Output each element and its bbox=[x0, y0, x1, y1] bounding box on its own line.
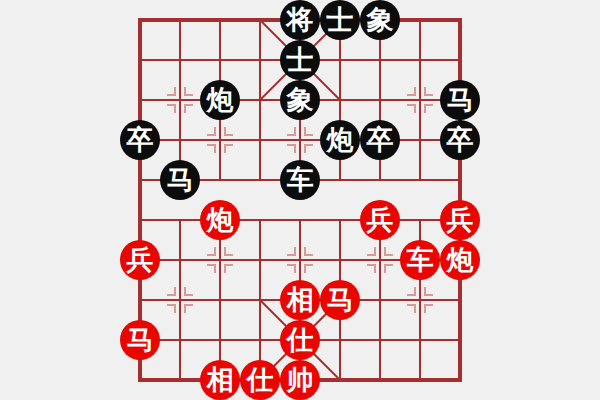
piece-black-soldier[interactable]: 卒 bbox=[360, 120, 400, 160]
piece-character: 车 bbox=[407, 240, 434, 280]
piece-red-horse[interactable]: 马 bbox=[120, 320, 160, 360]
piece-character: 兵 bbox=[367, 200, 394, 240]
xiangqi-board[interactable]: 将士象士炮象马卒炮卒卒马车炮兵兵兵车炮相马马仕相仕帅 bbox=[0, 0, 600, 400]
piece-black-horse[interactable]: 马 bbox=[160, 160, 200, 200]
piece-red-elephant[interactable]: 相 bbox=[200, 360, 240, 400]
piece-red-horse[interactable]: 马 bbox=[320, 280, 360, 320]
piece-black-cannon[interactable]: 炮 bbox=[200, 80, 240, 120]
piece-character: 炮 bbox=[327, 120, 354, 160]
piece-character: 相 bbox=[207, 360, 234, 400]
pieces-layer: 将士象士炮象马卒炮卒卒马车炮兵兵兵车炮相马马仕相仕帅 bbox=[120, 0, 480, 400]
piece-character: 卒 bbox=[447, 120, 474, 160]
piece-red-soldier[interactable]: 兵 bbox=[440, 200, 480, 240]
piece-black-chariot[interactable]: 车 bbox=[280, 160, 320, 200]
piece-red-cannon[interactable]: 炮 bbox=[200, 200, 240, 240]
piece-red-elephant[interactable]: 相 bbox=[280, 280, 320, 320]
piece-character: 马 bbox=[167, 160, 194, 200]
piece-red-soldier[interactable]: 兵 bbox=[360, 200, 400, 240]
piece-character: 兵 bbox=[127, 240, 154, 280]
piece-black-horse[interactable]: 马 bbox=[440, 80, 480, 120]
piece-red-chariot[interactable]: 车 bbox=[400, 240, 440, 280]
piece-red-cannon[interactable]: 炮 bbox=[440, 240, 480, 280]
piece-character: 帅 bbox=[287, 360, 314, 400]
piece-red-advisor[interactable]: 仕 bbox=[240, 360, 280, 400]
piece-black-soldier[interactable]: 卒 bbox=[440, 120, 480, 160]
piece-character: 炮 bbox=[447, 240, 474, 280]
piece-red-advisor[interactable]: 仕 bbox=[280, 320, 320, 360]
piece-character: 士 bbox=[327, 0, 354, 40]
piece-character: 象 bbox=[287, 80, 314, 120]
piece-red-soldier[interactable]: 兵 bbox=[120, 240, 160, 280]
piece-red-general[interactable]: 帅 bbox=[280, 360, 320, 400]
piece-character: 仕 bbox=[287, 320, 314, 360]
piece-character: 车 bbox=[287, 160, 314, 200]
piece-character: 相 bbox=[287, 280, 314, 320]
piece-character: 炮 bbox=[207, 200, 234, 240]
piece-character: 卒 bbox=[367, 120, 394, 160]
piece-character: 马 bbox=[327, 280, 354, 320]
piece-black-elephant[interactable]: 象 bbox=[280, 80, 320, 120]
piece-character: 马 bbox=[127, 320, 154, 360]
piece-character: 卒 bbox=[127, 120, 154, 160]
piece-black-general[interactable]: 将 bbox=[280, 0, 320, 40]
piece-character: 仕 bbox=[247, 360, 274, 400]
piece-character: 将 bbox=[287, 0, 314, 40]
piece-black-soldier[interactable]: 卒 bbox=[120, 120, 160, 160]
piece-black-advisor[interactable]: 士 bbox=[280, 40, 320, 80]
piece-black-elephant[interactable]: 象 bbox=[360, 0, 400, 40]
piece-character: 炮 bbox=[207, 80, 234, 120]
piece-character: 象 bbox=[367, 0, 394, 40]
piece-character: 兵 bbox=[447, 200, 474, 240]
piece-character: 士 bbox=[287, 40, 314, 80]
piece-character: 马 bbox=[447, 80, 474, 120]
piece-black-advisor[interactable]: 士 bbox=[320, 0, 360, 40]
piece-black-cannon[interactable]: 炮 bbox=[320, 120, 360, 160]
